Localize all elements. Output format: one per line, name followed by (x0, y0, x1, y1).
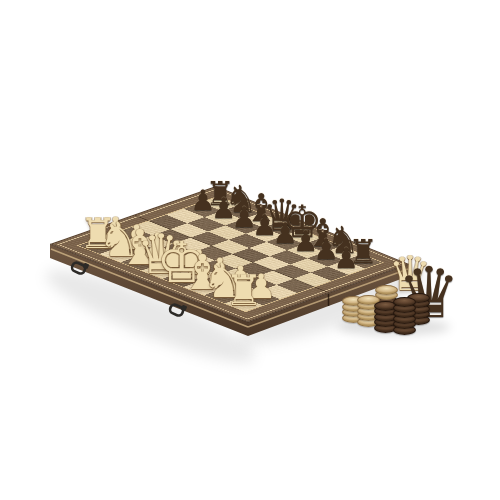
chess-set-product-photo: ♜♟♞♟♝♟♛♟♚♟♟♝♜♟♟♞♞♟♟♜♝♟♟♛♟♚♟♝♟♞♟♜ ♛♛ (0, 0, 500, 500)
